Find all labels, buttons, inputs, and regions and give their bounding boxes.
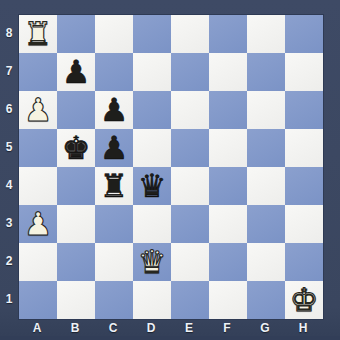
file-label-g: G xyxy=(246,319,284,336)
square-a4[interactable] xyxy=(19,167,57,205)
black-pawn: ♟ xyxy=(95,91,133,129)
square-a1[interactable] xyxy=(19,281,57,319)
black-rook: ♜ xyxy=(95,167,133,205)
black-king: ♚ xyxy=(57,129,95,167)
square-a7[interactable] xyxy=(19,53,57,91)
rank-label-3: 3 xyxy=(0,204,18,242)
square-c1[interactable] xyxy=(95,281,133,319)
rank-label-5: 5 xyxy=(0,128,18,166)
rank-label-8: 8 xyxy=(0,14,18,52)
square-f3[interactable] xyxy=(209,205,247,243)
rank-labels: 87654321 xyxy=(0,14,18,318)
square-b8[interactable] xyxy=(57,15,95,53)
square-a5[interactable] xyxy=(19,129,57,167)
square-c3[interactable] xyxy=(95,205,133,243)
square-c5[interactable]: ♟ xyxy=(95,129,133,167)
file-label-a: A xyxy=(18,319,56,336)
square-d5[interactable] xyxy=(133,129,171,167)
rank-label-4: 4 xyxy=(0,166,18,204)
square-d7[interactable] xyxy=(133,53,171,91)
square-d6[interactable] xyxy=(133,91,171,129)
square-e5[interactable] xyxy=(171,129,209,167)
file-labels: ABCDEFGH xyxy=(18,319,322,336)
square-c7[interactable] xyxy=(95,53,133,91)
square-b1[interactable] xyxy=(57,281,95,319)
rank-label-7: 7 xyxy=(0,52,18,90)
square-c6[interactable]: ♟ xyxy=(95,91,133,129)
file-label-f: F xyxy=(208,319,246,336)
square-g7[interactable] xyxy=(247,53,285,91)
file-label-b: B xyxy=(56,319,94,336)
square-e4[interactable] xyxy=(171,167,209,205)
white-queen: ♛ xyxy=(133,243,171,281)
square-h6[interactable] xyxy=(285,91,323,129)
square-d1[interactable] xyxy=(133,281,171,319)
square-h5[interactable] xyxy=(285,129,323,167)
square-f6[interactable] xyxy=(209,91,247,129)
rank-label-2: 2 xyxy=(0,242,18,280)
file-label-c: C xyxy=(94,319,132,336)
square-b3[interactable] xyxy=(57,205,95,243)
square-e2[interactable] xyxy=(171,243,209,281)
square-h3[interactable] xyxy=(285,205,323,243)
white-pawn: ♟ xyxy=(19,205,57,243)
black-pawn: ♟ xyxy=(57,53,95,91)
square-h8[interactable] xyxy=(285,15,323,53)
square-g6[interactable] xyxy=(247,91,285,129)
square-g1[interactable] xyxy=(247,281,285,319)
square-f4[interactable] xyxy=(209,167,247,205)
white-rook: ♜ xyxy=(19,15,57,53)
square-f1[interactable] xyxy=(209,281,247,319)
square-c4[interactable]: ♜ xyxy=(95,167,133,205)
square-b6[interactable] xyxy=(57,91,95,129)
square-a8[interactable]: ♜ xyxy=(19,15,57,53)
frame-bottom-edge xyxy=(0,336,340,340)
square-e3[interactable] xyxy=(171,205,209,243)
chess-diagram: 87654321 ♜♟♟♟♚♟♜♛♟♛♚ ABCDEFGH xyxy=(0,0,340,340)
chess-board: ♜♟♟♟♚♟♜♛♟♛♚ xyxy=(18,14,324,320)
rank-label-1: 1 xyxy=(0,280,18,318)
square-h7[interactable] xyxy=(285,53,323,91)
square-d3[interactable] xyxy=(133,205,171,243)
square-g4[interactable] xyxy=(247,167,285,205)
square-e6[interactable] xyxy=(171,91,209,129)
black-pawn: ♟ xyxy=(95,129,133,167)
square-e8[interactable] xyxy=(171,15,209,53)
file-label-d: D xyxy=(132,319,170,336)
square-b4[interactable] xyxy=(57,167,95,205)
square-g5[interactable] xyxy=(247,129,285,167)
file-label-h: H xyxy=(284,319,322,336)
square-f2[interactable] xyxy=(209,243,247,281)
square-b2[interactable] xyxy=(57,243,95,281)
rank-label-6: 6 xyxy=(0,90,18,128)
file-label-e: E xyxy=(170,319,208,336)
square-a6[interactable]: ♟ xyxy=(19,91,57,129)
square-c8[interactable] xyxy=(95,15,133,53)
square-h4[interactable] xyxy=(285,167,323,205)
square-d2[interactable]: ♛ xyxy=(133,243,171,281)
square-f7[interactable] xyxy=(209,53,247,91)
square-b7[interactable]: ♟ xyxy=(57,53,95,91)
square-e7[interactable] xyxy=(171,53,209,91)
square-c2[interactable] xyxy=(95,243,133,281)
square-a2[interactable] xyxy=(19,243,57,281)
square-b5[interactable]: ♚ xyxy=(57,129,95,167)
square-d8[interactable] xyxy=(133,15,171,53)
square-a3[interactable]: ♟ xyxy=(19,205,57,243)
square-h1[interactable]: ♚ xyxy=(285,281,323,319)
square-d4[interactable]: ♛ xyxy=(133,167,171,205)
white-pawn: ♟ xyxy=(19,91,57,129)
square-h2[interactable] xyxy=(285,243,323,281)
square-e1[interactable] xyxy=(171,281,209,319)
black-queen: ♛ xyxy=(133,167,171,205)
square-f5[interactable] xyxy=(209,129,247,167)
square-f8[interactable] xyxy=(209,15,247,53)
square-g2[interactable] xyxy=(247,243,285,281)
square-g8[interactable] xyxy=(247,15,285,53)
square-g3[interactable] xyxy=(247,205,285,243)
white-king: ♚ xyxy=(285,281,323,319)
